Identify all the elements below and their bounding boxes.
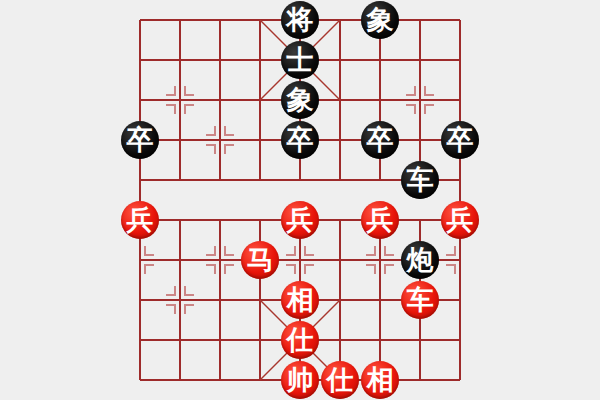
piece-red-horse[interactable]: 马 [241, 241, 279, 279]
pieces-layer: 将象士象卒卒卒卒车兵兵兵兵马炮相车仕帅仕相 [0, 0, 600, 400]
piece-black-soldier[interactable]: 卒 [121, 121, 159, 159]
piece-black-advisor[interactable]: 士 [281, 41, 319, 79]
piece-black-soldier[interactable]: 卒 [281, 121, 319, 159]
piece-black-chariot[interactable]: 车 [401, 161, 439, 199]
piece-black-elephant[interactable]: 象 [361, 1, 399, 39]
piece-red-elephant[interactable]: 相 [281, 281, 319, 319]
piece-red-soldier[interactable]: 兵 [281, 201, 319, 239]
piece-black-general[interactable]: 将 [281, 1, 319, 39]
piece-black-soldier[interactable]: 卒 [441, 121, 479, 159]
piece-red-elephant[interactable]: 相 [361, 361, 399, 399]
piece-red-advisor[interactable]: 仕 [321, 361, 359, 399]
piece-red-soldier[interactable]: 兵 [441, 201, 479, 239]
piece-red-general[interactable]: 帅 [281, 361, 319, 399]
piece-black-elephant[interactable]: 象 [281, 81, 319, 119]
piece-red-chariot[interactable]: 车 [401, 281, 439, 319]
xiangqi-app: 将象士象卒卒卒卒车兵兵兵兵马炮相车仕帅仕相 [0, 0, 600, 400]
piece-black-cannon[interactable]: 炮 [401, 241, 439, 279]
piece-red-soldier[interactable]: 兵 [121, 201, 159, 239]
piece-red-advisor[interactable]: 仕 [281, 321, 319, 359]
piece-red-soldier[interactable]: 兵 [361, 201, 399, 239]
piece-black-soldier[interactable]: 卒 [361, 121, 399, 159]
